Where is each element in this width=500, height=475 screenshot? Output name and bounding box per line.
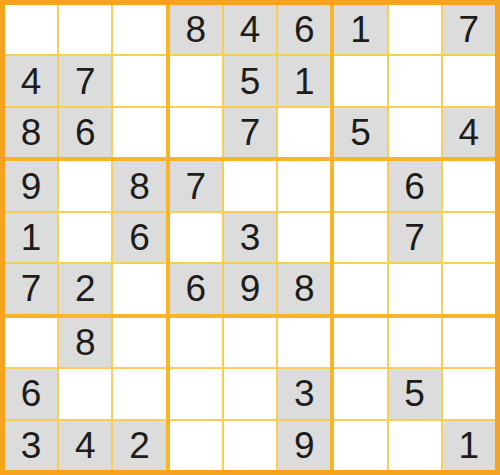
cell-r8c3[interactable] <box>113 369 165 418</box>
sudoku-board: 478684651717549816727369867863423951 <box>0 0 500 475</box>
cell-r6c4[interactable]: 6 <box>170 264 222 313</box>
cell-r3c6[interactable] <box>278 108 330 157</box>
cell-r5c9[interactable] <box>443 213 495 262</box>
box-7: 86342 <box>5 318 166 470</box>
cell-r7c9[interactable] <box>443 318 495 367</box>
cell-r5c4[interactable] <box>170 213 222 262</box>
cell-r6c9[interactable] <box>443 264 495 313</box>
cell-r2c9[interactable] <box>443 56 495 105</box>
cell-r6c8[interactable] <box>389 264 441 313</box>
cell-r1c8[interactable] <box>389 5 441 54</box>
cell-r9c8[interactable] <box>389 421 441 470</box>
box-5: 73698 <box>170 161 331 313</box>
cell-r4c1[interactable]: 9 <box>5 161 57 210</box>
cell-r4c6[interactable] <box>278 161 330 210</box>
cell-r4c5[interactable] <box>224 161 276 210</box>
box-3: 1754 <box>334 5 495 157</box>
box-9: 51 <box>334 318 495 470</box>
cell-r9c6[interactable]: 9 <box>278 421 330 470</box>
cell-r7c8[interactable] <box>389 318 441 367</box>
cell-r2c8[interactable] <box>389 56 441 105</box>
cell-r4c2[interactable] <box>59 161 111 210</box>
cell-r7c5[interactable] <box>224 318 276 367</box>
cell-r2c4[interactable] <box>170 56 222 105</box>
cell-r7c3[interactable] <box>113 318 165 367</box>
cell-r6c7[interactable] <box>334 264 386 313</box>
cell-r1c1[interactable] <box>5 5 57 54</box>
cell-r4c7[interactable] <box>334 161 386 210</box>
cell-r4c4[interactable]: 7 <box>170 161 222 210</box>
cell-r3c7[interactable]: 5 <box>334 108 386 157</box>
cell-r3c4[interactable] <box>170 108 222 157</box>
cell-r6c1[interactable]: 7 <box>5 264 57 313</box>
cell-r2c7[interactable] <box>334 56 386 105</box>
cell-r1c3[interactable] <box>113 5 165 54</box>
cell-r7c6[interactable] <box>278 318 330 367</box>
box-6: 67 <box>334 161 495 313</box>
cell-r8c2[interactable] <box>59 369 111 418</box>
cell-r3c2[interactable]: 6 <box>59 108 111 157</box>
cell-r2c2[interactable]: 7 <box>59 56 111 105</box>
cell-r5c1[interactable]: 1 <box>5 213 57 262</box>
cell-r5c5[interactable]: 3 <box>224 213 276 262</box>
cell-r4c8[interactable]: 6 <box>389 161 441 210</box>
cell-r3c8[interactable] <box>389 108 441 157</box>
box-8: 39 <box>170 318 331 470</box>
cell-r7c2[interactable]: 8 <box>59 318 111 367</box>
cell-r4c9[interactable] <box>443 161 495 210</box>
cell-r2c3[interactable] <box>113 56 165 105</box>
cell-r9c3[interactable]: 2 <box>113 421 165 470</box>
cell-r8c4[interactable] <box>170 369 222 418</box>
cell-r5c8[interactable]: 7 <box>389 213 441 262</box>
cell-r1c2[interactable] <box>59 5 111 54</box>
cell-r8c6[interactable]: 3 <box>278 369 330 418</box>
sudoku-grid: 478684651717549816727369867863423951 <box>5 5 495 470</box>
cell-r1c5[interactable]: 4 <box>224 5 276 54</box>
cell-r1c9[interactable]: 7 <box>443 5 495 54</box>
cell-r3c3[interactable] <box>113 108 165 157</box>
cell-r1c6[interactable]: 6 <box>278 5 330 54</box>
cell-r5c3[interactable]: 6 <box>113 213 165 262</box>
cell-r5c7[interactable] <box>334 213 386 262</box>
cell-r7c1[interactable] <box>5 318 57 367</box>
cell-r4c3[interactable]: 8 <box>113 161 165 210</box>
cell-r8c9[interactable] <box>443 369 495 418</box>
cell-r2c1[interactable]: 4 <box>5 56 57 105</box>
cell-r2c5[interactable]: 5 <box>224 56 276 105</box>
cell-r3c5[interactable]: 7 <box>224 108 276 157</box>
cell-r9c7[interactable] <box>334 421 386 470</box>
cell-r3c1[interactable]: 8 <box>5 108 57 157</box>
cell-r2c6[interactable]: 1 <box>278 56 330 105</box>
cell-r3c9[interactable]: 4 <box>443 108 495 157</box>
cell-r9c4[interactable] <box>170 421 222 470</box>
cell-r1c7[interactable]: 1 <box>334 5 386 54</box>
cell-r6c2[interactable]: 2 <box>59 264 111 313</box>
box-1: 4786 <box>5 5 166 157</box>
cell-r9c5[interactable] <box>224 421 276 470</box>
box-2: 846517 <box>170 5 331 157</box>
cell-r8c7[interactable] <box>334 369 386 418</box>
cell-r7c4[interactable] <box>170 318 222 367</box>
cell-r6c3[interactable] <box>113 264 165 313</box>
cell-r1c4[interactable]: 8 <box>170 5 222 54</box>
cell-r5c6[interactable] <box>278 213 330 262</box>
cell-r9c1[interactable]: 3 <box>5 421 57 470</box>
cell-r5c2[interactable] <box>59 213 111 262</box>
cell-r6c5[interactable]: 9 <box>224 264 276 313</box>
box-4: 981672 <box>5 161 166 313</box>
cell-r7c7[interactable] <box>334 318 386 367</box>
cell-r8c5[interactable] <box>224 369 276 418</box>
cell-r9c2[interactable]: 4 <box>59 421 111 470</box>
cell-r8c1[interactable]: 6 <box>5 369 57 418</box>
cell-r6c6[interactable]: 8 <box>278 264 330 313</box>
cell-r8c8[interactable]: 5 <box>389 369 441 418</box>
cell-r9c9[interactable]: 1 <box>443 421 495 470</box>
